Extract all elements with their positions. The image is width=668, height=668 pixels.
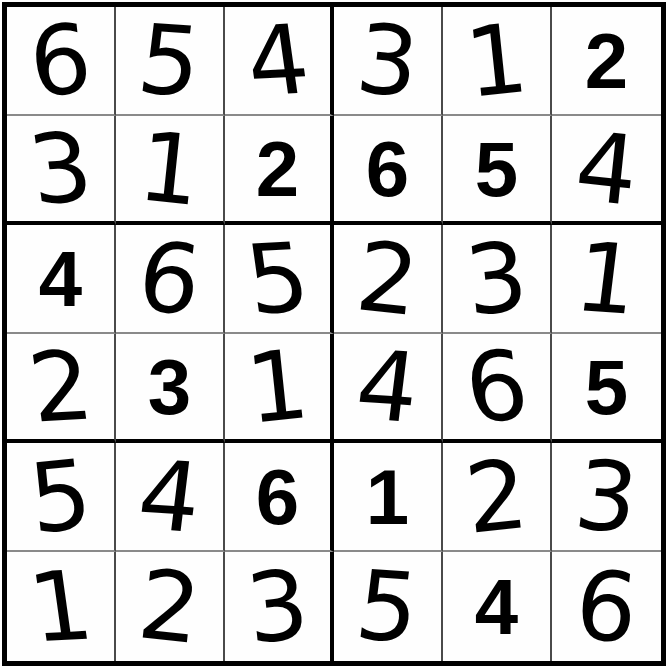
digit: 6: [25, 10, 96, 112]
digit: 1: [461, 10, 532, 112]
cell-r4c2[interactable]: 3: [116, 334, 225, 443]
digit: 3: [352, 10, 423, 112]
cell-r4c5[interactable]: 6: [443, 334, 552, 443]
cell-r5c1[interactable]: 5: [7, 443, 116, 552]
digit: 5: [133, 11, 206, 111]
digit: 2: [134, 556, 205, 658]
digit: 6: [459, 337, 533, 436]
cell-r5c6[interactable]: 3: [552, 443, 661, 552]
digit: 2: [585, 22, 628, 100]
cell-r4c4[interactable]: 4: [334, 334, 443, 443]
digit: 3: [148, 348, 191, 426]
digit: 2: [23, 337, 97, 436]
digit: 4: [571, 118, 642, 220]
cell-r1c6[interactable]: 2: [552, 7, 661, 116]
cell-r3c3[interactable]: 5: [225, 225, 334, 334]
digit: 5: [25, 446, 96, 548]
digit: 4: [133, 447, 206, 547]
cell-r6c2[interactable]: 2: [116, 552, 225, 661]
cell-r6c5[interactable]: 4: [443, 552, 552, 661]
digit: 4: [39, 240, 82, 318]
cell-r5c3[interactable]: 6: [225, 443, 334, 552]
digit: 4: [351, 337, 424, 437]
digit: 4: [475, 568, 518, 646]
digit: 5: [240, 229, 314, 328]
cell-r1c5[interactable]: 1: [443, 7, 552, 116]
cell-r1c3[interactable]: 4: [225, 7, 334, 116]
cell-r2c4[interactable]: 6: [334, 116, 443, 225]
digit: 1: [242, 336, 313, 438]
digit: 2: [256, 130, 299, 208]
cell-r2c2[interactable]: 1: [116, 116, 225, 225]
cell-r3c6[interactable]: 1: [552, 225, 661, 334]
cell-r3c2[interactable]: 6: [116, 225, 225, 334]
digit: 6: [366, 130, 409, 208]
digit: 6: [133, 229, 206, 329]
digit: 6: [256, 458, 299, 536]
cell-r2c6[interactable]: 4: [552, 116, 661, 225]
cell-r5c2[interactable]: 4: [116, 443, 225, 552]
cell-r1c4[interactable]: 3: [334, 7, 443, 116]
cell-r5c4[interactable]: 1: [334, 443, 443, 552]
cell-r4c1[interactable]: 2: [7, 334, 116, 443]
digit: 2: [352, 228, 423, 330]
digit: 5: [585, 348, 628, 426]
digit: 1: [570, 229, 643, 329]
cell-r6c1[interactable]: 1: [7, 552, 116, 661]
cell-r2c1[interactable]: 3: [7, 116, 116, 225]
cell-r6c6[interactable]: 6: [552, 552, 661, 661]
cell-r2c3[interactable]: 2: [225, 116, 334, 225]
cell-r6c3[interactable]: 3: [225, 552, 334, 661]
digit: 3: [242, 556, 313, 658]
digit: 4: [240, 11, 314, 110]
cell-r5c5[interactable]: 2: [443, 443, 552, 552]
digit: 1: [23, 557, 97, 656]
cell-r1c2[interactable]: 5: [116, 7, 225, 116]
cell-r6c4[interactable]: 5: [334, 552, 443, 661]
cell-r2c5[interactable]: 5: [443, 116, 552, 225]
digit: 2: [461, 446, 532, 548]
digit: 5: [475, 130, 518, 208]
digit: 6: [571, 556, 642, 658]
digit: 3: [23, 119, 97, 218]
digit: 1: [134, 118, 205, 220]
page: 6 5 4 3 1 2 3 1 2 6 5 4 4 6 5 2 3 1 2 3 …: [0, 0, 668, 668]
cell-r1c1[interactable]: 6: [7, 7, 116, 116]
cell-r3c1[interactable]: 4: [7, 225, 116, 334]
cell-r4c6[interactable]: 5: [552, 334, 661, 443]
cell-r3c4[interactable]: 2: [334, 225, 443, 334]
sudoku-board: 6 5 4 3 1 2 3 1 2 6 5 4 4 6 5 2 3 1 2 3 …: [2, 2, 666, 666]
cell-r3c5[interactable]: 3: [443, 225, 552, 334]
digit: 1: [366, 458, 409, 536]
digit: 3: [570, 447, 643, 547]
digit: 5: [351, 557, 424, 657]
cell-r4c3[interactable]: 1: [225, 334, 334, 443]
digit: 3: [461, 228, 532, 330]
